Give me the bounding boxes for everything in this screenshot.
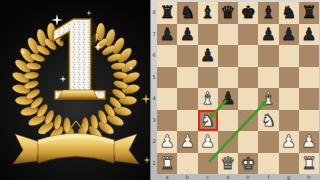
square-b8[interactable]: ♞ xyxy=(177,2,197,24)
chess-board-frame: 87654321 abcdefgh ♜♞♝♛♚♝♞♜♟♟♟♟♟♟♝♟♝♞♞♟♟♟… xyxy=(150,0,320,180)
white-pawn: ♟ xyxy=(200,133,215,150)
rank-number: 1 xyxy=(41,0,114,123)
black-king: ♚ xyxy=(241,4,256,21)
square-b7[interactable]: ♟ xyxy=(177,24,197,46)
white-pawn: ♟ xyxy=(301,133,316,150)
file-label-h: h xyxy=(299,174,319,180)
square-d8[interactable]: ♛ xyxy=(218,2,238,24)
square-c8[interactable]: ♝ xyxy=(198,2,218,24)
black-pawn: ♟ xyxy=(160,26,175,43)
white-pawn: ♟ xyxy=(160,133,175,150)
file-label-b: b xyxy=(177,174,197,180)
square-f5[interactable] xyxy=(258,67,278,89)
square-a2[interactable]: ♟ xyxy=(157,131,177,153)
screenshot-stage: 1 1 1 87654321 abcdefgh ♜♞♝♛♚♝♞♜♟♟♟♟♟♟♝♟… xyxy=(0,0,320,180)
square-b3[interactable] xyxy=(177,110,197,132)
award-emblem: 1 1 1 xyxy=(0,0,150,180)
file-label-e: e xyxy=(238,174,258,180)
square-e8[interactable]: ♚ xyxy=(238,2,258,24)
black-pawn: ♟ xyxy=(301,26,316,43)
black-pawn: ♟ xyxy=(281,26,296,43)
square-e3[interactable] xyxy=(238,110,258,132)
ribbon-banner xyxy=(13,134,139,165)
square-c7[interactable] xyxy=(198,24,218,46)
square-e7[interactable] xyxy=(238,24,258,46)
square-c2[interactable]: ♟ xyxy=(198,131,218,153)
square-h1[interactable]: ♜ xyxy=(299,153,319,175)
square-f6[interactable] xyxy=(258,45,278,67)
square-c3[interactable]: ♞ xyxy=(198,110,218,132)
square-b1[interactable] xyxy=(177,153,197,175)
file-label-f: f xyxy=(258,174,278,180)
black-knight: ♞ xyxy=(281,4,296,21)
file-label-a: a xyxy=(157,174,177,180)
file-coordinates: abcdefgh xyxy=(157,174,319,180)
square-g8[interactable]: ♞ xyxy=(279,2,299,24)
black-pawn: ♟ xyxy=(200,47,215,64)
square-a4[interactable] xyxy=(157,88,177,110)
chess-board[interactable]: ♜♞♝♛♚♝♞♜♟♟♟♟♟♟♝♟♝♞♞♟♟♟♟♟♜♛♚♜ xyxy=(157,2,319,174)
white-knight: ♞ xyxy=(200,112,215,129)
square-a5[interactable] xyxy=(157,67,177,89)
square-h8[interactable]: ♜ xyxy=(299,2,319,24)
square-g1[interactable] xyxy=(279,153,299,175)
square-e2[interactable] xyxy=(238,131,258,153)
white-king: ♚ xyxy=(241,155,256,172)
file-label-g: g xyxy=(279,174,299,180)
square-e5[interactable] xyxy=(238,67,258,89)
square-f3[interactable]: ♞ xyxy=(258,110,278,132)
square-a3[interactable] xyxy=(157,110,177,132)
square-b4[interactable] xyxy=(177,88,197,110)
square-g6[interactable] xyxy=(279,45,299,67)
black-knight: ♞ xyxy=(180,4,195,21)
square-f8[interactable]: ♝ xyxy=(258,2,278,24)
number-base xyxy=(58,90,98,99)
square-b5[interactable] xyxy=(177,67,197,89)
black-pawn: ♟ xyxy=(220,90,235,107)
square-h3[interactable] xyxy=(299,110,319,132)
square-c4[interactable]: ♝ xyxy=(198,88,218,110)
square-a1[interactable]: ♜ xyxy=(157,153,177,175)
black-rook: ♜ xyxy=(301,4,316,21)
square-d7[interactable] xyxy=(218,24,238,46)
square-d2[interactable] xyxy=(218,131,238,153)
white-pawn: ♟ xyxy=(180,133,195,150)
white-queen: ♛ xyxy=(220,155,235,172)
white-pawn: ♟ xyxy=(281,133,296,150)
square-b2[interactable]: ♟ xyxy=(177,131,197,153)
white-knight: ♞ xyxy=(261,112,276,129)
square-f1[interactable] xyxy=(258,153,278,175)
square-e1[interactable]: ♚ xyxy=(238,153,258,175)
square-d5[interactable] xyxy=(218,67,238,89)
square-d6[interactable] xyxy=(218,45,238,67)
square-c1[interactable] xyxy=(198,153,218,175)
white-bishop: ♝ xyxy=(200,90,215,107)
square-h4[interactable] xyxy=(299,88,319,110)
square-d4[interactable]: ♟ xyxy=(218,88,238,110)
square-a7[interactable]: ♟ xyxy=(157,24,177,46)
square-b6[interactable] xyxy=(177,45,197,67)
square-e6[interactable] xyxy=(238,45,258,67)
file-label-d: d xyxy=(218,174,238,180)
square-a6[interactable] xyxy=(157,45,177,67)
square-a8[interactable]: ♜ xyxy=(157,2,177,24)
square-g5[interactable] xyxy=(279,67,299,89)
square-f7[interactable]: ♟ xyxy=(258,24,278,46)
black-pawn: ♟ xyxy=(261,26,276,43)
black-bishop: ♝ xyxy=(200,4,215,21)
square-c5[interactable] xyxy=(198,67,218,89)
square-h2[interactable]: ♟ xyxy=(299,131,319,153)
white-rook: ♜ xyxy=(301,155,316,172)
square-g3[interactable] xyxy=(279,110,299,132)
square-g7[interactable]: ♟ xyxy=(279,24,299,46)
square-h6[interactable] xyxy=(299,45,319,67)
square-g2[interactable]: ♟ xyxy=(279,131,299,153)
square-c6[interactable]: ♟ xyxy=(198,45,218,67)
square-f4[interactable]: ♝ xyxy=(258,88,278,110)
file-label-c: c xyxy=(198,174,218,180)
award-graphic: 1 1 1 xyxy=(0,0,150,180)
square-h7[interactable]: ♟ xyxy=(299,24,319,46)
white-rook: ♜ xyxy=(160,155,175,172)
square-d3[interactable] xyxy=(218,110,238,132)
black-queen: ♛ xyxy=(220,4,235,21)
white-bishop: ♝ xyxy=(261,90,276,107)
square-e4[interactable] xyxy=(238,88,258,110)
black-pawn: ♟ xyxy=(180,26,195,43)
rank-number-group: 1 1 1 xyxy=(41,0,120,126)
black-rook: ♜ xyxy=(160,4,175,21)
square-g4[interactable] xyxy=(279,88,299,110)
black-bishop: ♝ xyxy=(261,4,276,21)
square-f2[interactable] xyxy=(258,131,278,153)
square-d1[interactable]: ♛ xyxy=(218,153,238,175)
square-h5[interactable] xyxy=(299,67,319,89)
